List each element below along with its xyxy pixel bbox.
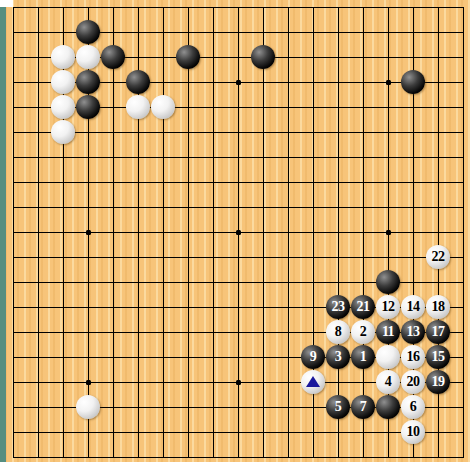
stone-black[interactable]: 23 [326,295,350,319]
stone-white[interactable]: 22 [426,245,450,269]
stone-white[interactable]: 8 [326,320,350,344]
stone-white[interactable]: 12 [376,295,400,319]
stone-black[interactable] [76,20,100,44]
stone-black[interactable]: 21 [351,295,375,319]
stone-black[interactable]: 7 [351,395,375,419]
stone-white[interactable]: 14 [401,295,425,319]
stone-white[interactable]: 4 [376,370,400,394]
stone-white[interactable] [51,70,75,94]
stone-black[interactable] [251,45,275,69]
stone-black[interactable] [376,395,400,419]
stone-white[interactable] [301,370,325,394]
stone-white[interactable]: 10 [401,420,425,444]
stone-white[interactable]: 2 [351,320,375,344]
move-number-label: 15 [432,345,445,369]
stone-black[interactable]: 17 [426,320,450,344]
stone-black[interactable]: 5 [326,395,350,419]
window-corner [0,0,13,7]
stone-black[interactable] [176,45,200,69]
stone-black[interactable]: 19 [426,370,450,394]
stone-white[interactable] [51,45,75,69]
stone-white[interactable] [76,45,100,69]
move-number-label: 18 [432,295,445,319]
move-number-label: 2 [360,320,367,344]
move-number-label: 21 [357,295,370,319]
go-board-window: 2223211214188211131793116154201957610 [0,0,470,462]
stones-layer: 2223211214188211131793116154201957610 [1,0,470,462]
stone-black[interactable]: 13 [401,320,425,344]
move-number-label: 16 [407,345,420,369]
move-number-label: 22 [432,245,445,269]
stone-white[interactable] [126,95,150,119]
stone-white[interactable]: 20 [401,370,425,394]
stone-white[interactable] [376,345,400,369]
move-number-label: 11 [382,320,394,344]
move-number-label: 17 [432,320,445,344]
move-number-label: 10 [407,420,420,444]
stone-black[interactable]: 11 [376,320,400,344]
stone-black[interactable]: 9 [301,345,325,369]
move-number-label: 4 [385,370,392,394]
move-number-label: 8 [335,320,342,344]
stone-black[interactable]: 15 [426,345,450,369]
stone-white[interactable] [76,395,100,419]
stone-black[interactable] [101,45,125,69]
window-edge-strip [0,7,6,462]
move-number-label: 23 [332,295,345,319]
stone-white[interactable] [151,95,175,119]
triangle-marker-icon [306,376,320,387]
stone-white[interactable]: 18 [426,295,450,319]
stone-black[interactable] [76,70,100,94]
move-number-label: 3 [335,345,342,369]
stone-white[interactable] [51,95,75,119]
move-number-label: 5 [335,395,342,419]
stone-black[interactable]: 3 [326,345,350,369]
move-number-label: 9 [310,345,317,369]
stone-black[interactable] [376,270,400,294]
stone-black[interactable] [76,95,100,119]
move-number-label: 14 [407,295,420,319]
stone-white[interactable] [51,120,75,144]
stone-white[interactable]: 16 [401,345,425,369]
move-number-label: 19 [432,370,445,394]
stone-black[interactable] [401,70,425,94]
stone-black[interactable] [126,70,150,94]
move-number-label: 1 [360,345,367,369]
move-number-label: 7 [360,395,367,419]
move-number-label: 20 [407,370,420,394]
stone-black[interactable]: 1 [351,345,375,369]
move-number-label: 6 [410,395,417,419]
move-number-label: 12 [382,295,395,319]
stone-white[interactable]: 6 [401,395,425,419]
move-number-label: 13 [407,320,420,344]
